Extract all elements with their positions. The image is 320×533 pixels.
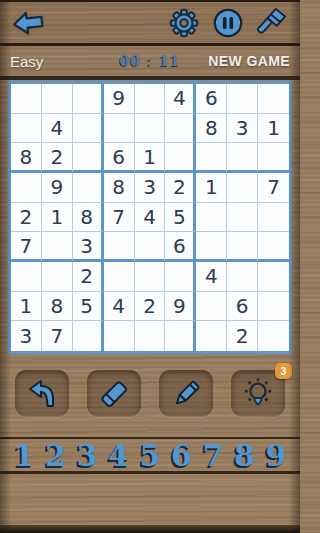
theme-button[interactable] [254,6,290,40]
cell-r6c3[interactable]: 3 [73,232,104,262]
cell-r1c1[interactable] [11,84,42,114]
cell-r8c3[interactable]: 5 [73,292,104,322]
cell-r3c1[interactable]: 8 [11,143,42,173]
cell-r6c4[interactable] [104,232,135,262]
cell-r2c5[interactable] [135,114,166,144]
undo-arrow-icon [27,379,57,409]
top-bar [0,0,300,46]
cell-r5c4[interactable]: 7 [104,203,135,233]
cell-r4c7[interactable]: 1 [196,173,227,203]
numpad-5[interactable]: 5 [137,440,163,471]
cell-r2c1[interactable] [11,114,42,144]
cell-r2c4[interactable] [104,114,135,144]
pause-button[interactable] [210,6,246,40]
cell-r6c9[interactable] [258,232,289,262]
cell-r4c2[interactable]: 9 [42,173,73,203]
cell-r7c7[interactable]: 4 [196,262,227,292]
cell-r5c6[interactable]: 5 [165,203,196,233]
cell-r5c8[interactable] [227,203,258,233]
cell-r5c1[interactable]: 2 [11,203,42,233]
pause-icon [212,7,244,39]
settings-button[interactable] [166,6,202,40]
gear-icon [168,7,200,39]
cell-r7c2[interactable] [42,262,73,292]
cell-r9c3[interactable] [73,321,104,351]
arrow-left-icon [11,9,45,37]
pencil-icon [170,378,202,410]
numpad-6[interactable]: 6 [169,440,195,471]
cell-r9c2[interactable]: 7 [42,321,73,351]
number-pad: 123456789 [0,437,300,474]
difficulty-label: Easy [10,53,43,70]
cell-r5c3[interactable]: 8 [73,203,104,233]
cell-r9c6[interactable] [165,321,196,351]
cell-r6c8[interactable] [227,232,258,262]
cell-r5c7[interactable] [196,203,227,233]
cell-r9c4[interactable] [104,321,135,351]
cell-r2c8[interactable]: 3 [227,114,258,144]
top-bar-actions [166,6,290,40]
cell-r7c1[interactable] [11,262,42,292]
cell-r1c5[interactable] [135,84,166,114]
numpad-2[interactable]: 2 [43,440,69,471]
cell-r8c9[interactable] [258,292,289,322]
bottom-wood-area [0,474,300,525]
sudoku-grid: 94648318261983217218745736241854296372 [8,81,292,354]
cell-r8c2[interactable]: 8 [42,292,73,322]
cell-r4c1[interactable] [11,173,42,203]
cell-r2c7[interactable]: 8 [196,114,227,144]
cell-r6c1[interactable]: 7 [11,232,42,262]
cell-r2c3[interactable] [73,114,104,144]
cell-r2c6[interactable] [165,114,196,144]
numpad-7[interactable]: 7 [200,440,226,471]
cell-r3c2[interactable]: 2 [42,143,73,173]
erase-button[interactable] [87,370,141,417]
cell-r7c6[interactable] [165,262,196,292]
cell-r8c7[interactable] [196,292,227,322]
cell-r6c6[interactable]: 6 [165,232,196,262]
cell-r1c4[interactable]: 9 [104,84,135,114]
cell-r9c8[interactable]: 2 [227,321,258,351]
cell-r1c2[interactable] [42,84,73,114]
back-button[interactable] [10,6,46,40]
cell-r3c5[interactable]: 1 [135,143,166,173]
sudoku-app-screen: { "game": "sudoku", "position": "...9.46… [0,0,300,533]
cell-r1c8[interactable] [227,84,258,114]
undo-button[interactable] [15,370,69,417]
cell-r7c8[interactable] [227,262,258,292]
numpad-1[interactable]: 1 [11,440,37,471]
cell-r8c1[interactable]: 1 [11,292,42,322]
cell-r4c3[interactable] [73,173,104,203]
hint-count-badge: 3 [275,363,292,379]
bottom-edge-strip [0,525,300,533]
cell-r7c3[interactable]: 2 [73,262,104,292]
numpad-9[interactable]: 9 [263,440,289,471]
cell-r1c3[interactable] [73,84,104,114]
cell-r2c9[interactable]: 1 [258,114,289,144]
cell-r6c7[interactable] [196,232,227,262]
numpad-8[interactable]: 8 [232,440,258,471]
status-bar: Easy 00 : 11 NEW GAME [0,46,300,80]
cell-r3c9[interactable] [258,143,289,173]
cell-r6c5[interactable] [135,232,166,262]
grid-area: 94648318261983217218745736241854296372 [0,80,300,354]
cell-r7c5[interactable] [135,262,166,292]
numpad-4[interactable]: 4 [106,440,132,471]
cell-r5c5[interactable]: 4 [135,203,166,233]
cell-r7c9[interactable] [258,262,289,292]
new-game-button[interactable]: NEW GAME [208,53,290,69]
cell-r4c9[interactable]: 7 [258,173,289,203]
cell-r3c3[interactable] [73,143,104,173]
lightbulb-icon [242,378,274,410]
cell-r8c6[interactable]: 9 [165,292,196,322]
cell-r2c2[interactable]: 4 [42,114,73,144]
cell-r3c6[interactable] [165,143,196,173]
cell-r4c4[interactable]: 8 [104,173,135,203]
cell-r1c9[interactable] [258,84,289,114]
eraser-icon [98,378,130,410]
paintbrush-icon [256,7,288,39]
cell-r9c1[interactable]: 3 [11,321,42,351]
cell-r3c8[interactable] [227,143,258,173]
toolbar: 3 [0,370,300,417]
cell-r8c5[interactable]: 2 [135,292,166,322]
cell-r9c5[interactable] [135,321,166,351]
cell-r5c2[interactable]: 1 [42,203,73,233]
cell-r9c9[interactable] [258,321,289,351]
numpad-3[interactable]: 3 [74,440,100,471]
cell-r3c7[interactable] [196,143,227,173]
cell-r5c9[interactable] [258,203,289,233]
cell-r9c7[interactable] [196,321,227,351]
cell-r7c4[interactable] [104,262,135,292]
cell-r3c4[interactable]: 6 [104,143,135,173]
cell-r4c8[interactable] [227,173,258,203]
hint-button[interactable]: 3 [231,370,285,417]
cell-r8c8[interactable]: 6 [227,292,258,322]
cell-r4c5[interactable]: 3 [135,173,166,203]
notes-button[interactable] [159,370,213,417]
cell-r1c6[interactable]: 4 [165,84,196,114]
cell-r6c2[interactable] [42,232,73,262]
cell-r8c4[interactable]: 4 [104,292,135,322]
cell-r1c7[interactable]: 6 [196,84,227,114]
cell-r4c6[interactable]: 2 [165,173,196,203]
